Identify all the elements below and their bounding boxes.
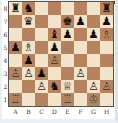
square-f7[interactable]: ♟ [74, 15, 87, 28]
square-c2[interactable]: ♙ [35, 80, 48, 93]
square-g5[interactable] [87, 41, 100, 54]
file-label-g: G [87, 106, 100, 116]
rank-label-8: 8 [2, 2, 9, 15]
square-f3[interactable]: ♙ [74, 67, 87, 80]
square-c7[interactable] [35, 15, 48, 28]
piece-white-king-g1: ♔ [87, 93, 100, 106]
square-d2[interactable]: ♞ [48, 80, 61, 93]
square-b7[interactable]: ♛ [22, 15, 35, 28]
rank-label-7: 7 [2, 15, 9, 28]
piece-black-rook-a8: ♜ [9, 2, 22, 15]
file-label-a: A [9, 106, 22, 116]
piece-black-pawn-g6: ♟ [87, 28, 100, 41]
piece-black-pawn-a5: ♟ [9, 41, 22, 54]
piece-white-bishop-h6: ♗ [100, 28, 113, 41]
square-f5[interactable] [74, 41, 87, 54]
square-h5[interactable] [100, 41, 113, 54]
square-h6[interactable]: ♗ [100, 28, 113, 41]
square-a8[interactable]: ♜ [9, 2, 22, 15]
file-label-e: E [61, 106, 74, 116]
piece-black-queen-b7: ♛ [22, 15, 35, 28]
chess-board: ♜♞♜♛♚♟♟♝♟♟♗♟♗♟♘♟♙♙♙♟♙♙♞♕♙♙♖♖♔ [9, 2, 113, 106]
piece-black-knight-d2: ♞ [48, 80, 61, 93]
piece-white-pawn-h2: ♙ [100, 80, 113, 93]
rank-label-1: 1 [2, 93, 9, 106]
square-g4[interactable] [87, 54, 100, 67]
square-c8[interactable] [35, 2, 48, 15]
square-h2[interactable]: ♙ [100, 80, 113, 93]
piece-black-pawn-f7: ♟ [74, 15, 87, 28]
piece-white-pawn-c2: ♙ [35, 80, 48, 93]
square-c6[interactable] [35, 28, 48, 41]
piece-white-pawn-b3: ♙ [22, 67, 35, 80]
piece-white-knight-e5: ♘ [61, 41, 74, 54]
square-a5[interactable]: ♟ [9, 41, 22, 54]
chess-board-with-coordinates: 87654321 ♜♞♜♛♚♟♟♝♟♟♗♟♗♟♘♟♙♙♙♟♙♙♞♕♙♙♖♖♔ A… [2, 2, 113, 116]
square-f1[interactable] [74, 93, 87, 106]
piece-white-pawn-d4: ♙ [48, 54, 61, 67]
file-label-f: F [74, 106, 87, 116]
square-f6[interactable] [74, 28, 87, 41]
square-a3[interactable]: ♙ [9, 67, 22, 80]
chess-diagram-page: 87654321 ♜♞♜♛♚♟♟♝♟♟♗♟♗♟♘♟♙♙♙♟♙♙♞♕♙♙♖♖♔ A… [0, 0, 118, 123]
rank-label-2: 2 [2, 80, 9, 93]
square-b3[interactable]: ♙ [22, 67, 35, 80]
piece-white-pawn-a3: ♙ [9, 67, 22, 80]
file-labels: ABCDEFGH [9, 106, 113, 116]
square-f2[interactable] [74, 80, 87, 93]
square-e1[interactable]: ♖ [61, 93, 74, 106]
rank-labels: 87654321 [2, 2, 9, 106]
piece-white-rook-a1: ♖ [9, 93, 22, 106]
square-a7[interactable] [9, 15, 22, 28]
square-c5[interactable] [35, 41, 48, 54]
square-h1[interactable] [100, 93, 113, 106]
square-d1[interactable] [48, 93, 61, 106]
file-label-d: D [48, 106, 61, 116]
square-g6[interactable]: ♟ [87, 28, 100, 41]
square-h4[interactable] [100, 54, 113, 67]
rank-label-3: 3 [2, 67, 9, 80]
rank-label-4: 4 [2, 54, 9, 67]
square-b1[interactable] [22, 93, 35, 106]
piece-white-pawn-f3: ♙ [74, 67, 87, 80]
square-a1[interactable]: ♖ [9, 93, 22, 106]
rank-label-6: 6 [2, 28, 9, 41]
file-label-b: B [22, 106, 35, 116]
square-e4[interactable] [61, 54, 74, 67]
square-e5[interactable]: ♘ [61, 41, 74, 54]
square-d8[interactable] [48, 2, 61, 15]
square-d4[interactable]: ♙ [48, 54, 61, 67]
square-g1[interactable]: ♔ [87, 93, 100, 106]
piece-white-rook-e1: ♖ [61, 93, 74, 106]
square-g8[interactable] [87, 2, 100, 15]
square-b2[interactable] [22, 80, 35, 93]
file-label-h: H [100, 106, 113, 116]
file-label-c: C [35, 106, 48, 116]
square-c1[interactable] [35, 93, 48, 106]
rank-label-5: 5 [2, 41, 9, 54]
